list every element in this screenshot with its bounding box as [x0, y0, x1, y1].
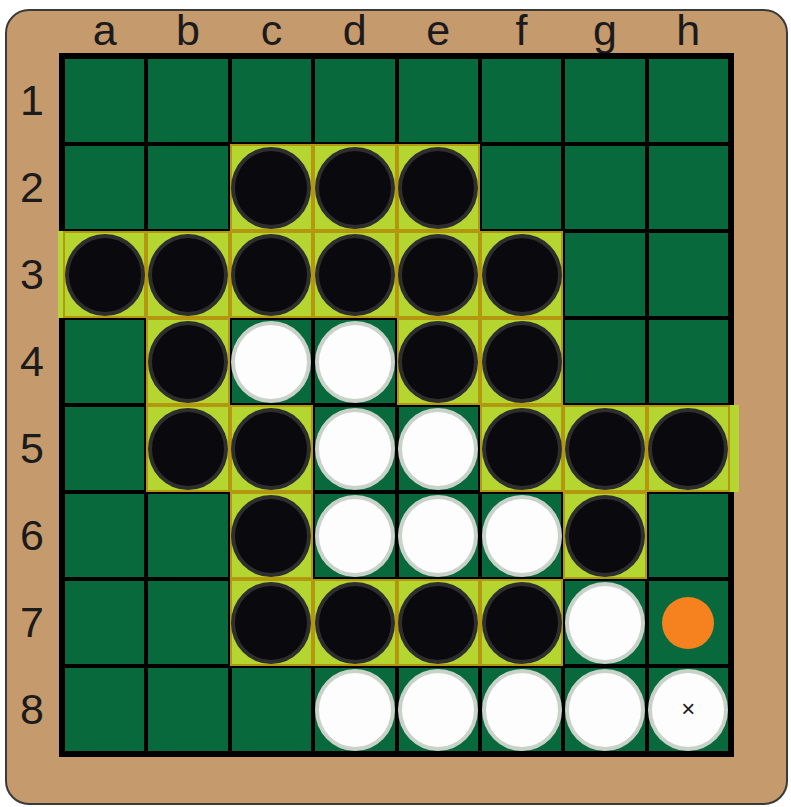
square-e1[interactable] [397, 57, 480, 144]
square-c5[interactable] [230, 405, 313, 492]
square-b6[interactable] [146, 492, 229, 579]
square-c1[interactable] [230, 57, 313, 144]
black-disc-e3 [398, 234, 478, 316]
black-disc-a3 [65, 234, 145, 316]
square-b3[interactable] [146, 231, 229, 318]
white-disc-f6 [482, 495, 562, 577]
square-h3[interactable] [647, 231, 730, 318]
square-h4[interactable] [647, 318, 730, 405]
square-g5[interactable] [563, 405, 646, 492]
square-g7[interactable] [563, 579, 646, 666]
white-disc-d6 [315, 495, 395, 577]
square-c4[interactable] [230, 318, 313, 405]
square-f1[interactable] [480, 57, 563, 144]
square-a4[interactable] [63, 318, 146, 405]
column-label-a: a [63, 6, 146, 54]
black-disc-f3 [482, 234, 562, 316]
white-disc-c4 [231, 321, 311, 403]
black-disc-h5 [648, 408, 728, 490]
square-e8[interactable] [397, 666, 480, 753]
square-c6[interactable] [230, 492, 313, 579]
black-disc-c2 [231, 147, 311, 229]
black-disc-c6 [231, 495, 311, 577]
black-disc-e4 [398, 321, 478, 403]
square-f4[interactable] [480, 318, 563, 405]
row-label-3: 3 [8, 231, 56, 318]
square-b5[interactable] [146, 405, 229, 492]
white-disc-h8: × [648, 669, 728, 751]
square-h1[interactable] [647, 57, 730, 144]
white-disc-d8 [315, 669, 395, 751]
square-d2[interactable] [313, 144, 396, 231]
row-label-5: 5 [8, 405, 56, 492]
square-d1[interactable] [313, 57, 396, 144]
square-a8[interactable] [63, 666, 146, 753]
square-d8[interactable] [313, 666, 396, 753]
square-f5[interactable] [480, 405, 563, 492]
square-d4[interactable] [313, 318, 396, 405]
column-label-e: e [397, 6, 480, 54]
black-disc-b3 [148, 234, 228, 316]
white-disc-e8 [398, 669, 478, 751]
square-h6[interactable] [647, 492, 730, 579]
black-disc-d3 [315, 234, 395, 316]
square-h7[interactable] [647, 579, 730, 666]
square-f8[interactable] [480, 666, 563, 753]
square-b1[interactable] [146, 57, 229, 144]
square-e7[interactable] [397, 579, 480, 666]
square-h2[interactable] [647, 144, 730, 231]
square-e6[interactable] [397, 492, 480, 579]
square-e3[interactable] [397, 231, 480, 318]
black-disc-f5 [482, 408, 562, 490]
white-disc-e6 [398, 495, 478, 577]
black-disc-b5 [148, 408, 228, 490]
white-disc-d4 [315, 321, 395, 403]
black-disc-e2 [398, 147, 478, 229]
column-label-h: h [647, 6, 730, 54]
square-d5[interactable] [313, 405, 396, 492]
board-grid: × [59, 53, 734, 757]
black-disc-e7 [398, 582, 478, 664]
black-disc-d2 [315, 147, 395, 229]
black-disc-f7 [482, 582, 562, 664]
square-a7[interactable] [63, 579, 146, 666]
square-g1[interactable] [563, 57, 646, 144]
square-a1[interactable] [63, 57, 146, 144]
white-disc-d5 [315, 408, 395, 490]
square-f6[interactable] [480, 492, 563, 579]
column-label-d: d [313, 6, 396, 54]
black-disc-b4 [148, 321, 228, 403]
square-c8[interactable] [230, 666, 313, 753]
white-disc-e5 [398, 408, 478, 490]
column-label-g: g [563, 6, 646, 54]
square-c2[interactable] [230, 144, 313, 231]
square-d6[interactable] [313, 492, 396, 579]
row-labels: 12345678 [8, 57, 56, 753]
row-label-8: 8 [8, 666, 56, 753]
white-disc-g8 [565, 669, 645, 751]
square-f7[interactable] [480, 579, 563, 666]
square-d3[interactable] [313, 231, 396, 318]
square-g4[interactable] [563, 318, 646, 405]
black-disc-f4 [482, 321, 562, 403]
black-disc-d7 [315, 582, 395, 664]
square-b4[interactable] [146, 318, 229, 405]
square-e5[interactable] [397, 405, 480, 492]
row-label-7: 7 [8, 579, 56, 666]
black-disc-c5 [231, 408, 311, 490]
square-a6[interactable] [63, 492, 146, 579]
black-disc-g5 [565, 408, 645, 490]
square-g8[interactable] [563, 666, 646, 753]
column-label-f: f [480, 6, 563, 54]
square-a3[interactable] [63, 231, 146, 318]
column-label-c: c [230, 6, 313, 54]
square-c3[interactable] [230, 231, 313, 318]
row-label-2: 2 [8, 144, 56, 231]
column-labels: abcdefgh [63, 6, 730, 54]
square-f2[interactable] [480, 144, 563, 231]
square-h5[interactable] [647, 405, 730, 492]
row-label-4: 4 [8, 318, 56, 405]
black-disc-c3 [231, 234, 311, 316]
square-g3[interactable] [563, 231, 646, 318]
row-label-6: 6 [8, 492, 56, 579]
square-e2[interactable] [397, 144, 480, 231]
square-a2[interactable] [63, 144, 146, 231]
x-marker: × [681, 697, 695, 721]
white-disc-g7 [565, 582, 645, 664]
square-b2[interactable] [146, 144, 229, 231]
black-disc-c7 [231, 582, 311, 664]
square-b7[interactable] [146, 579, 229, 666]
square-e4[interactable] [397, 318, 480, 405]
square-h8[interactable]: × [647, 666, 730, 753]
square-d7[interactable] [313, 579, 396, 666]
square-b8[interactable] [146, 666, 229, 753]
square-c7[interactable] [230, 579, 313, 666]
square-g2[interactable] [563, 144, 646, 231]
row-label-1: 1 [8, 57, 56, 144]
orange-disc-h7 [662, 597, 714, 649]
column-label-b: b [146, 6, 229, 54]
square-f3[interactable] [480, 231, 563, 318]
black-disc-g6 [565, 495, 645, 577]
white-disc-f8 [482, 669, 562, 751]
square-a5[interactable] [63, 405, 146, 492]
square-g6[interactable] [563, 492, 646, 579]
